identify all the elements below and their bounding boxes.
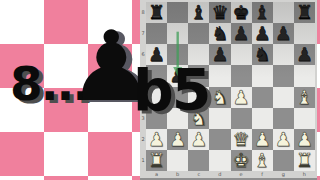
black-pawn-icon: ♟ (273, 23, 294, 44)
square-h3[interactable] (294, 108, 315, 129)
square-f4[interactable] (252, 87, 273, 108)
black-knight-icon: ♞ (252, 44, 273, 65)
square-e4[interactable]: ♟ (231, 87, 252, 108)
square-f8[interactable]: ♝ (252, 2, 273, 23)
white-pawn-icon: ♟ (188, 129, 209, 150)
square-h5[interactable] (294, 65, 315, 86)
square-e2[interactable]: ♛ (231, 129, 252, 150)
square-g3[interactable] (273, 108, 294, 129)
white-knight-icon: ♞ (209, 87, 230, 108)
square-c2[interactable]: ♟ (188, 129, 209, 150)
move-text-label: b5 (133, 62, 209, 119)
square-e1[interactable]: ♚ (231, 150, 252, 171)
board-bottom-edge (140, 178, 317, 180)
square-d5[interactable] (209, 65, 230, 86)
white-bishop-icon: ♝ (252, 150, 273, 171)
file-label-g: g (273, 171, 294, 177)
white-bishop-icon: ♝ (294, 87, 315, 108)
white-pawn-icon: ♟ (167, 129, 188, 150)
square-c8[interactable]: ♝ (188, 2, 209, 23)
square-g6[interactable] (273, 44, 294, 65)
black-bishop-icon: ♝ (188, 2, 209, 23)
square-h1[interactable]: ♜ (294, 150, 315, 171)
square-b2[interactable]: ♟ (167, 129, 188, 150)
white-queen-icon: ♛ (231, 129, 252, 150)
square-f1[interactable]: ♝ (252, 150, 273, 171)
square-c1[interactable] (188, 150, 209, 171)
square-g8[interactable] (273, 2, 294, 23)
black-bishop-icon: ♝ (252, 2, 273, 23)
file-label-b: b (167, 171, 188, 177)
black-knight-icon: ♞ (209, 23, 230, 44)
square-h8[interactable]: ♜ (294, 2, 315, 23)
square-d3[interactable] (209, 108, 230, 129)
square-g1[interactable] (273, 150, 294, 171)
square-c7[interactable] (188, 23, 209, 44)
square-d7[interactable]: ♞ (209, 23, 230, 44)
square-b8[interactable] (167, 2, 188, 23)
file-label-e: e (231, 171, 252, 177)
square-d2[interactable] (209, 129, 230, 150)
square-b7[interactable] (167, 23, 188, 44)
black-pawn-icon: ♟ (294, 44, 315, 65)
square-b1[interactable] (167, 150, 188, 171)
file-label-a: a (146, 171, 167, 177)
white-king-icon: ♚ (231, 150, 252, 171)
file-labels: abcdefgh (146, 171, 315, 177)
square-f7[interactable]: ♟ (252, 23, 273, 44)
square-h4[interactable]: ♝ (294, 87, 315, 108)
square-d8[interactable]: ♛ (209, 2, 230, 23)
white-pawn-icon: ♟ (146, 129, 167, 150)
square-d1[interactable] (209, 150, 230, 171)
black-pawn-icon: ♟ (231, 23, 252, 44)
square-e7[interactable]: ♟ (231, 23, 252, 44)
file-label-f: f (252, 171, 273, 177)
square-e8[interactable]: ♚ (231, 2, 252, 23)
square-g2[interactable]: ♟ (273, 129, 294, 150)
square-d6[interactable]: ♟ (209, 44, 230, 65)
white-pawn-icon: ♟ (252, 129, 273, 150)
square-h6[interactable]: ♟ (294, 44, 315, 65)
file-label-c: c (188, 171, 209, 177)
black-king-icon: ♚ (231, 2, 252, 23)
square-e3[interactable] (231, 108, 252, 129)
thumbnail-stage: 87654321 ♜♝♛♚♝♜♞♟♟♟♟♟♞♟♟♞♟♝♞♟♟♟♛♟♟♟♜♚♝♜ … (0, 0, 320, 180)
square-g7[interactable]: ♟ (273, 23, 294, 44)
square-e6[interactable] (231, 44, 252, 65)
square-f2[interactable]: ♟ (252, 129, 273, 150)
square-h2[interactable]: ♟ (294, 129, 315, 150)
square-f6[interactable]: ♞ (252, 44, 273, 65)
square-f5[interactable] (252, 65, 273, 86)
square-h7[interactable] (294, 23, 315, 44)
square-d4[interactable]: ♞ (209, 87, 230, 108)
white-rook-icon: ♜ (146, 150, 167, 171)
white-pawn-icon: ♟ (231, 87, 252, 108)
white-pawn-icon: ♟ (294, 129, 315, 150)
square-g4[interactable] (273, 87, 294, 108)
square-a2[interactable]: ♟ (146, 129, 167, 150)
square-f3[interactable] (252, 108, 273, 129)
file-label-d: d (209, 171, 230, 177)
white-pawn-icon: ♟ (273, 129, 294, 150)
square-a1[interactable]: ♜ (146, 150, 167, 171)
white-rook-icon: ♜ (294, 150, 315, 171)
black-rook-icon: ♜ (294, 2, 315, 23)
black-queen-icon: ♛ (209, 2, 230, 23)
file-label-h: h (294, 171, 315, 177)
square-g5[interactable] (273, 65, 294, 86)
black-pawn-icon: ♟ (209, 44, 230, 65)
black-pawn-icon: ♟ (252, 23, 273, 44)
square-e5[interactable] (231, 65, 252, 86)
